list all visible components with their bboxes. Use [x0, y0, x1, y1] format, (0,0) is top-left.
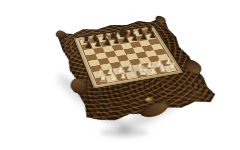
square-g2: ♟	[151, 61, 164, 68]
scene-3d: ♜♞♝♛♚♝♞♜♟♟♟♟♟♟♟♟♟♟♟♟♟♟♟♟♜♞♝♛♚♝♞♜	[0, 0, 240, 150]
carved-chess-case: ♜♞♝♛♚♝♞♜♟♟♟♟♟♟♟♟♟♟♟♟♟♟♟♟♜♞♝♛♚♝♞♜	[61, 20, 214, 122]
white-rook: ♜	[165, 62, 179, 72]
product-photo: ♜♞♝♛♚♝♞♜♟♟♟♟♟♟♟♟♟♟♟♟♟♟♟♟♜♞♝♛♚♝♞♜	[0, 0, 240, 150]
